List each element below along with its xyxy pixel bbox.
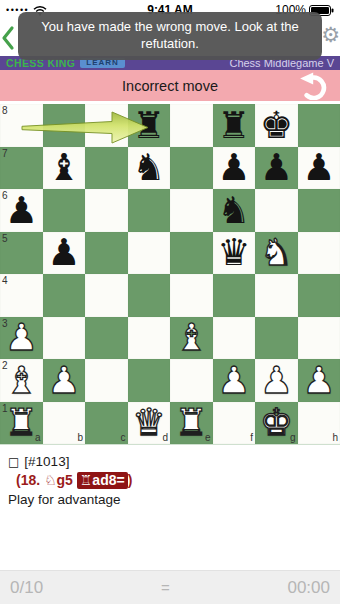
square-e8[interactable]	[170, 104, 213, 147]
square-e1[interactable]: e♜	[170, 402, 213, 445]
white-queen[interactable]: ♛	[128, 402, 171, 445]
refuted-variation: (18. ♘g5 ♖ad8=)	[16, 472, 332, 488]
alert-label: Incorrect move	[122, 78, 218, 94]
square-d6[interactable]	[128, 189, 171, 232]
white-pawn[interactable]: ♟	[298, 359, 340, 402]
square-h6[interactable]	[298, 189, 340, 232]
white-to-move-marker: □	[8, 456, 19, 468]
square-g8[interactable]: ♚	[255, 104, 298, 147]
square-h2[interactable]: ♟	[298, 359, 340, 402]
square-g1[interactable]: g♚	[255, 402, 298, 445]
white-rook[interactable]: ♜	[170, 402, 213, 445]
square-d3[interactable]	[128, 317, 171, 360]
file-label: b	[77, 433, 83, 443]
square-d1[interactable]: d♛	[128, 402, 171, 445]
square-h5[interactable]	[298, 232, 340, 275]
wrong-move-highlight: ♖ad8=	[77, 472, 128, 489]
file-label: e	[205, 433, 211, 443]
square-f8[interactable]: ♜	[213, 104, 256, 147]
square-b6[interactable]	[43, 189, 86, 232]
square-f6[interactable]: ♞	[213, 189, 256, 232]
square-e4[interactable]	[170, 274, 213, 317]
black-rook[interactable]: ♜	[128, 104, 171, 147]
square-a4[interactable]: 4	[0, 274, 43, 317]
black-knight[interactable]: ♞	[213, 189, 256, 232]
white-bishop[interactable]: ♝	[0, 359, 43, 402]
square-e3[interactable]: ♝	[170, 317, 213, 360]
square-d8[interactable]: ♜	[128, 104, 171, 147]
timer: 00:00	[287, 578, 330, 598]
score-counter: 0/10	[10, 578, 43, 598]
file-label: c	[121, 433, 126, 443]
square-e7[interactable]	[170, 147, 213, 190]
square-c7[interactable]	[85, 147, 128, 190]
rank-label: 3	[2, 319, 8, 329]
square-b8[interactable]	[43, 104, 86, 147]
square-b3[interactable]	[43, 317, 86, 360]
rank-label: 1	[2, 404, 8, 414]
square-g4[interactable]	[255, 274, 298, 317]
square-c5[interactable]	[85, 232, 128, 275]
square-a3[interactable]: 3♟	[0, 317, 43, 360]
square-a6[interactable]: 6♟	[0, 189, 43, 232]
square-a1[interactable]: 1a♜	[0, 402, 43, 445]
square-a8[interactable]: 8	[0, 104, 43, 147]
square-c4[interactable]	[85, 274, 128, 317]
square-h7[interactable]: ♟	[298, 147, 340, 190]
square-d2[interactable]	[128, 359, 171, 402]
white-knight[interactable]: ♞	[255, 232, 298, 275]
rank-label: 8	[2, 106, 8, 116]
variation-suffix: )	[128, 472, 133, 488]
square-a2[interactable]: 2♝	[0, 359, 43, 402]
rank-label: 6	[2, 191, 8, 201]
square-f5[interactable]: ♛	[213, 232, 256, 275]
square-c8[interactable]	[85, 104, 128, 147]
white-bishop[interactable]: ♝	[170, 317, 213, 360]
square-g7[interactable]: ♟	[255, 147, 298, 190]
square-f2[interactable]: ♟	[213, 359, 256, 402]
black-pawn[interactable]: ♟	[0, 189, 43, 232]
black-queen[interactable]: ♛	[213, 232, 256, 275]
square-e6[interactable]	[170, 189, 213, 232]
square-b1[interactable]: b	[43, 402, 86, 445]
black-pawn[interactable]: ♟	[43, 232, 86, 275]
undo-button[interactable]	[299, 72, 333, 100]
file-label: g	[290, 433, 296, 443]
square-g5[interactable]: ♞	[255, 232, 298, 275]
white-pawn[interactable]: ♟	[0, 317, 43, 360]
square-c2[interactable]	[85, 359, 128, 402]
alert-bar: Incorrect move	[0, 70, 340, 101]
file-label: f	[250, 433, 253, 443]
rank-label: 2	[2, 361, 8, 371]
toast-message: You have made the wrong move. Look at th…	[18, 12, 322, 60]
white-king[interactable]: ♚	[255, 402, 298, 445]
square-a5[interactable]: 5	[0, 232, 43, 275]
white-pawn[interactable]: ♟	[255, 359, 298, 402]
eval-indicator[interactable]: =	[161, 579, 170, 596]
rank-label: 5	[2, 234, 8, 244]
square-e2[interactable]	[170, 359, 213, 402]
square-f3[interactable]	[213, 317, 256, 360]
puzzle-caption: □ [#1013] (18. ♘g5 ♖ad8=) Play for advan…	[0, 445, 340, 507]
square-c1[interactable]: c	[85, 402, 128, 445]
white-pawn[interactable]: ♟	[43, 359, 86, 402]
square-d4[interactable]	[128, 274, 171, 317]
square-c3[interactable]	[85, 317, 128, 360]
square-c6[interactable]	[85, 189, 128, 232]
file-label: h	[332, 433, 338, 443]
square-g6[interactable]	[255, 189, 298, 232]
bottom-bar: 0/10 = 00:00	[0, 570, 340, 604]
black-pawn[interactable]: ♟	[213, 147, 256, 190]
black-pawn[interactable]: ♟	[255, 147, 298, 190]
back-chevron-icon[interactable]	[1, 25, 15, 51]
square-h4[interactable]	[298, 274, 340, 317]
square-h8[interactable]	[298, 104, 340, 147]
square-f7[interactable]: ♟	[213, 147, 256, 190]
white-pawn[interactable]: ♟	[213, 359, 256, 402]
chess-board[interactable]: 8♜♜♚7♝♞♟♟♟6♟♞5♟♛♞43♟♝2♝♟♟♟♟1a♜bcd♛e♜fg♚h	[0, 104, 340, 445]
file-label: d	[162, 433, 168, 443]
square-h1[interactable]: h	[298, 402, 340, 445]
settings-gear-icon[interactable]: ⚙	[321, 25, 340, 46]
puzzle-id: [#1013]	[24, 454, 69, 469]
square-a7[interactable]: 7	[0, 147, 43, 190]
rank-label: 4	[2, 276, 8, 286]
black-king[interactable]: ♚	[255, 104, 298, 147]
file-label: a	[35, 433, 41, 443]
goal-text: Play for advantage	[8, 492, 332, 507]
square-g3[interactable]	[255, 317, 298, 360]
square-b7[interactable]: ♝	[43, 147, 86, 190]
square-g2[interactable]: ♟	[255, 359, 298, 402]
black-knight[interactable]: ♞	[128, 147, 171, 190]
square-b2[interactable]: ♟	[43, 359, 86, 402]
square-d5[interactable]	[128, 232, 171, 275]
square-h3[interactable]	[298, 317, 340, 360]
black-rook[interactable]: ♜	[213, 104, 256, 147]
square-d7[interactable]: ♞	[128, 147, 171, 190]
square-e5[interactable]	[170, 232, 213, 275]
square-b5[interactable]: ♟	[43, 232, 86, 275]
black-bishop[interactable]: ♝	[43, 147, 86, 190]
rank-label: 7	[2, 149, 8, 159]
black-pawn[interactable]: ♟	[298, 147, 340, 190]
white-rook[interactable]: ♜	[0, 402, 43, 445]
variation-prefix: (18. ♘g5	[16, 472, 77, 488]
square-f4[interactable]	[213, 274, 256, 317]
square-b4[interactable]	[43, 274, 86, 317]
square-f1[interactable]: f	[213, 402, 256, 445]
